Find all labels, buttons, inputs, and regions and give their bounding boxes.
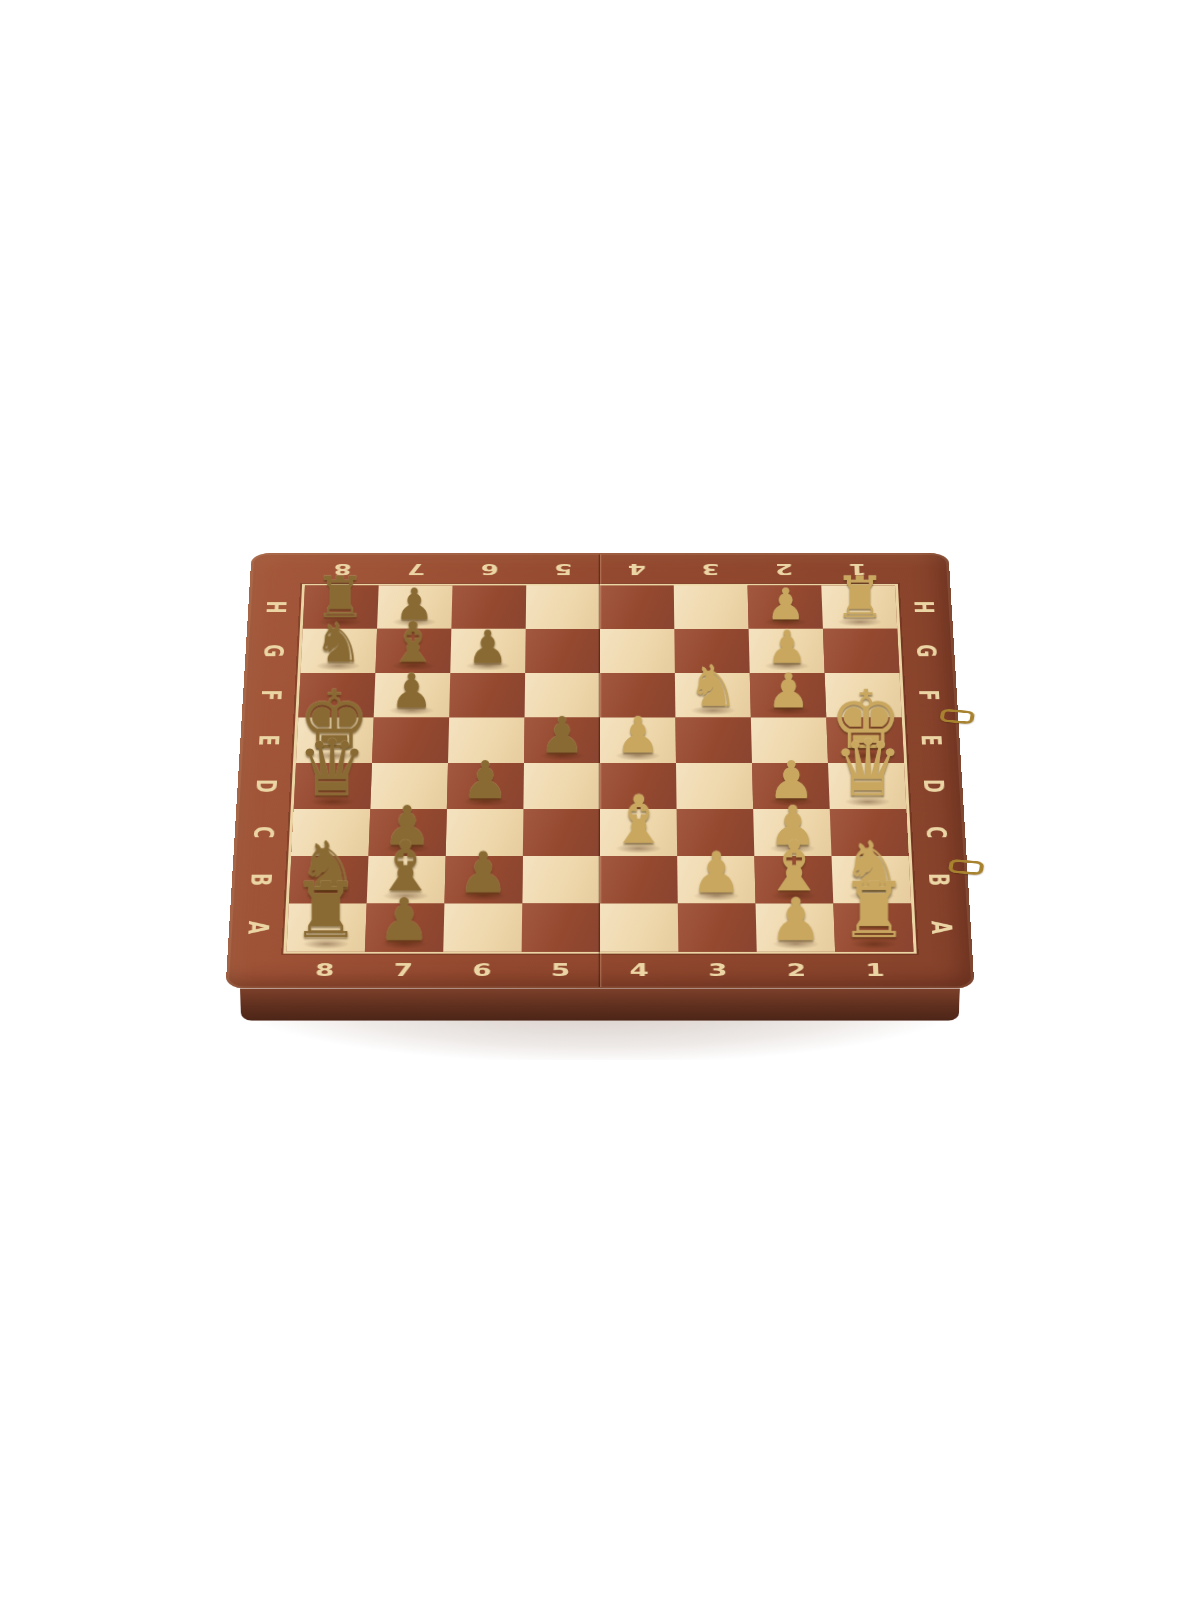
coord-label-E: E: [893, 723, 971, 757]
white-pawn-f2[interactable]: ♟: [767, 668, 810, 714]
square-b3[interactable]: ♟: [677, 856, 755, 904]
square-a2[interactable]: ♟: [756, 903, 836, 951]
white-pawn-a2[interactable]: ♟: [769, 892, 822, 948]
white-knight-f3[interactable]: ♞: [687, 660, 738, 714]
brass-clasp-icon: [948, 859, 985, 876]
square-e5[interactable]: ♟: [524, 718, 600, 763]
product-photo-stage: 87654321 87654321 HGFEDCBA HGFEDCBA ♜♟♟♜…: [0, 0, 1200, 1600]
black-queen-d8[interactable]: ♛: [297, 731, 367, 806]
square-b4[interactable]: [600, 856, 678, 904]
square-d1[interactable]: ♛: [828, 763, 906, 809]
square-d5[interactable]: [523, 763, 600, 809]
coord-label-5: 5: [521, 952, 600, 989]
black-knight-g8[interactable]: ♞: [314, 618, 363, 670]
square-b5[interactable]: [522, 856, 600, 904]
coord-label-8: 8: [285, 952, 365, 989]
black-pawn-d6[interactable]: ♟: [462, 756, 509, 806]
coord-label-7: 7: [363, 952, 443, 989]
coord-label-G: G: [888, 634, 964, 667]
square-a6[interactable]: [443, 903, 522, 951]
coord-label-1: 1: [835, 952, 915, 989]
white-pawn-b3[interactable]: ♟: [691, 846, 742, 900]
black-pawn-b6[interactable]: ♟: [458, 846, 509, 900]
square-d8[interactable]: ♛: [294, 763, 372, 809]
coord-label-F: F: [890, 678, 967, 712]
coord-label-E: E: [230, 723, 308, 757]
square-g6[interactable]: ♟: [450, 629, 525, 673]
coord-label-F: F: [233, 678, 310, 712]
coord-label-D: D: [895, 769, 973, 804]
board-box-side: [240, 988, 960, 1020]
coord-label-3: 3: [678, 952, 757, 989]
coord-label-3: 3: [673, 553, 747, 585]
black-pawn-a7[interactable]: ♟: [378, 892, 431, 948]
square-g8[interactable]: ♞: [301, 629, 378, 673]
black-rook-a8[interactable]: ♜: [291, 874, 360, 948]
coord-label-A: A: [902, 909, 982, 945]
black-pawn-g6[interactable]: ♟: [467, 626, 508, 670]
square-e7[interactable]: [372, 718, 449, 763]
coord-label-1: 1: [820, 553, 895, 585]
square-f6[interactable]: [449, 673, 525, 718]
square-f7[interactable]: ♟: [374, 673, 451, 718]
square-d6[interactable]: ♟: [447, 763, 524, 809]
coord-label-G: G: [235, 634, 311, 667]
white-queen-d1[interactable]: ♛: [833, 731, 903, 806]
square-f2[interactable]: ♟: [750, 673, 827, 718]
coord-label-4: 4: [600, 553, 674, 585]
square-a1[interactable]: ♜: [833, 903, 913, 951]
black-pawn-f7[interactable]: ♟: [390, 668, 433, 714]
square-c5[interactable]: [523, 809, 600, 856]
black-pawn-e5[interactable]: ♟: [540, 712, 585, 760]
square-a5[interactable]: [522, 903, 600, 951]
square-c4[interactable]: ♝: [600, 809, 677, 856]
white-bishop-c4[interactable]: ♝: [608, 788, 668, 852]
coord-label-8: 8: [305, 553, 380, 585]
square-f3[interactable]: ♞: [675, 673, 751, 718]
coord-label-H: H: [238, 591, 314, 624]
square-e4[interactable]: ♟: [600, 718, 676, 763]
coord-label-H: H: [886, 591, 962, 624]
square-h3[interactable]: [674, 585, 749, 628]
coord-label-7: 7: [379, 553, 454, 585]
square-h5[interactable]: [526, 585, 600, 628]
square-a3[interactable]: [678, 903, 757, 951]
square-g5[interactable]: [525, 629, 600, 673]
coord-label-C: C: [897, 815, 976, 850]
square-e3[interactable]: [675, 718, 752, 763]
white-rook-a1[interactable]: ♜: [839, 874, 908, 948]
coord-label-6: 6: [452, 553, 526, 585]
white-pawn-h2[interactable]: ♟: [766, 584, 805, 626]
coord-label-2: 2: [747, 553, 822, 585]
coord-label-6: 6: [442, 952, 521, 989]
square-a7[interactable]: ♟: [365, 903, 445, 951]
coord-label-5: 5: [526, 553, 600, 585]
square-d3[interactable]: [676, 763, 753, 809]
square-g4[interactable]: [600, 629, 675, 673]
coord-label-B: B: [899, 862, 978, 898]
rank-labels-top: 87654321: [305, 553, 895, 585]
square-b6[interactable]: ♟: [444, 856, 522, 904]
square-a8[interactable]: ♜: [286, 903, 366, 951]
coord-label-2: 2: [757, 952, 837, 989]
black-bishop-g7[interactable]: ♝: [388, 616, 439, 670]
perspective-scene: 87654321 87654321 HGFEDCBA HGFEDCBA ♜♟♟♜…: [235, 398, 965, 1128]
square-a4[interactable]: [600, 903, 678, 951]
square-h4[interactable]: [600, 585, 674, 628]
coord-label-4: 4: [600, 952, 679, 989]
chess-board: 87654321 87654321 HGFEDCBA HGFEDCBA ♜♟♟♜…: [226, 553, 975, 988]
white-pawn-e4[interactable]: ♟: [615, 712, 660, 760]
